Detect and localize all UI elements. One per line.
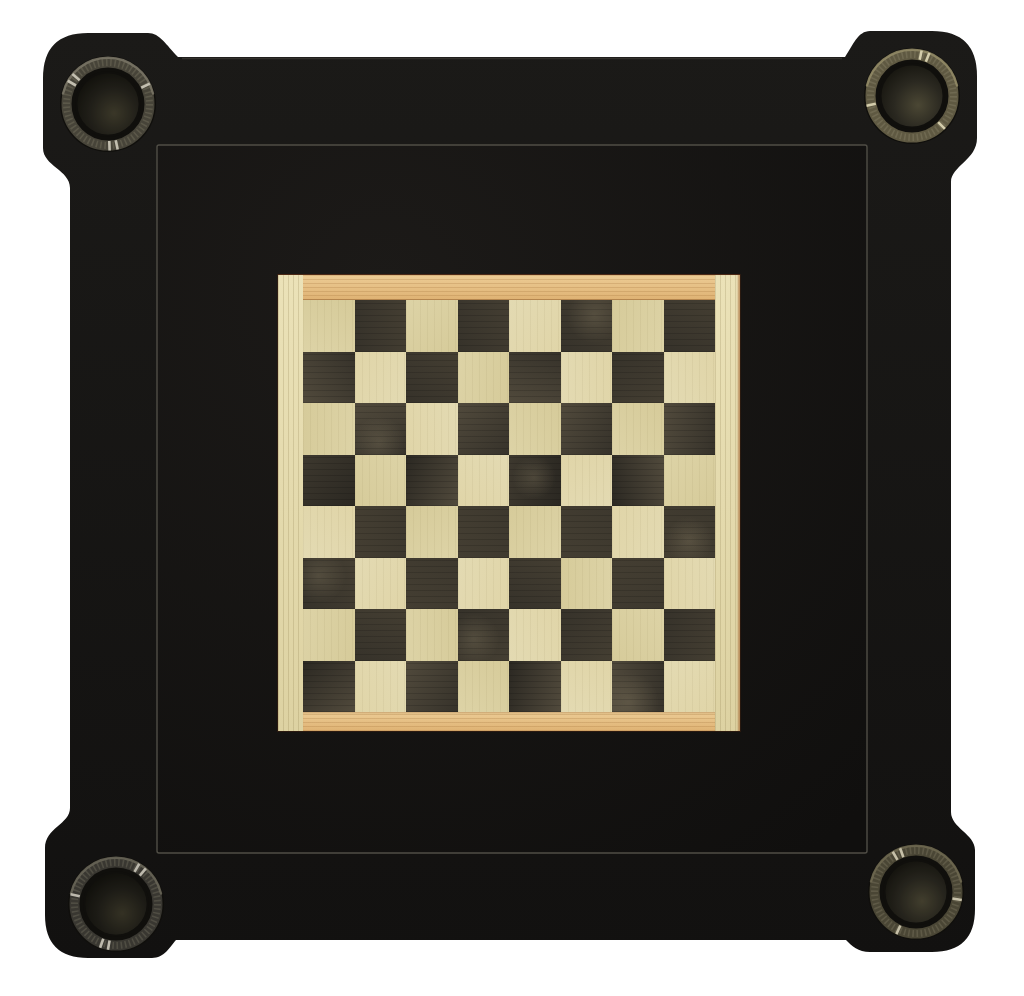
square-e8[interactable] — [509, 300, 561, 352]
square-e1[interactable] — [509, 661, 561, 713]
square-c4[interactable] — [406, 506, 458, 558]
square-c7[interactable] — [406, 352, 458, 404]
board-squares-grid — [303, 300, 715, 712]
dome-shade — [78, 74, 139, 135]
square-e2[interactable] — [509, 609, 561, 661]
square-d4[interactable] — [458, 506, 510, 558]
square-f6[interactable] — [561, 403, 613, 455]
dome-shade — [886, 862, 947, 923]
square-d8[interactable] — [458, 300, 510, 352]
square-b4[interactable] — [355, 506, 407, 558]
board-frame-top — [303, 275, 715, 300]
board-frame-left — [278, 275, 303, 731]
board-frame-right — [715, 275, 740, 731]
square-b6[interactable] — [355, 403, 407, 455]
square-h8[interactable] — [664, 300, 716, 352]
square-d3[interactable] — [458, 558, 510, 610]
cup-holder-bottom-right — [868, 844, 964, 940]
square-b5[interactable] — [355, 455, 407, 507]
square-h7[interactable] — [664, 352, 716, 404]
square-a7[interactable] — [303, 352, 355, 404]
square-h2[interactable] — [664, 609, 716, 661]
square-d5[interactable] — [458, 455, 510, 507]
square-f5[interactable] — [561, 455, 613, 507]
square-g2[interactable] — [612, 609, 664, 661]
square-b3[interactable] — [355, 558, 407, 610]
square-h3[interactable] — [664, 558, 716, 610]
square-g1[interactable] — [612, 661, 664, 713]
checkerboard — [278, 275, 740, 731]
square-c3[interactable] — [406, 558, 458, 610]
square-g8[interactable] — [612, 300, 664, 352]
cup-holder-top-right — [864, 48, 960, 144]
square-b7[interactable] — [355, 352, 407, 404]
square-c6[interactable] — [406, 403, 458, 455]
square-d6[interactable] — [458, 403, 510, 455]
square-a8[interactable] — [303, 300, 355, 352]
square-e7[interactable] — [509, 352, 561, 404]
square-f3[interactable] — [561, 558, 613, 610]
cup-holder-top-left — [60, 56, 156, 152]
square-a4[interactable] — [303, 506, 355, 558]
square-a2[interactable] — [303, 609, 355, 661]
square-g3[interactable] — [612, 558, 664, 610]
square-c2[interactable] — [406, 609, 458, 661]
square-f1[interactable] — [561, 661, 613, 713]
square-h4[interactable] — [664, 506, 716, 558]
square-a6[interactable] — [303, 403, 355, 455]
game-table-photo — [0, 0, 1024, 996]
square-g6[interactable] — [612, 403, 664, 455]
square-b8[interactable] — [355, 300, 407, 352]
square-d2[interactable] — [458, 609, 510, 661]
square-c1[interactable] — [406, 661, 458, 713]
square-a3[interactable] — [303, 558, 355, 610]
square-e6[interactable] — [509, 403, 561, 455]
board-frame-bottom — [303, 712, 715, 731]
square-f2[interactable] — [561, 609, 613, 661]
square-e4[interactable] — [509, 506, 561, 558]
dome-shade — [86, 874, 147, 935]
square-a1[interactable] — [303, 661, 355, 713]
square-b1[interactable] — [355, 661, 407, 713]
square-d7[interactable] — [458, 352, 510, 404]
square-c8[interactable] — [406, 300, 458, 352]
square-f7[interactable] — [561, 352, 613, 404]
square-e3[interactable] — [509, 558, 561, 610]
square-e5[interactable] — [509, 455, 561, 507]
square-f8[interactable] — [561, 300, 613, 352]
square-h5[interactable] — [664, 455, 716, 507]
square-h1[interactable] — [664, 661, 716, 713]
square-b2[interactable] — [355, 609, 407, 661]
cup-holder-bottom-left — [68, 856, 164, 952]
square-c5[interactable] — [406, 455, 458, 507]
square-a5[interactable] — [303, 455, 355, 507]
square-h6[interactable] — [664, 403, 716, 455]
square-g7[interactable] — [612, 352, 664, 404]
square-d1[interactable] — [458, 661, 510, 713]
square-f4[interactable] — [561, 506, 613, 558]
square-g4[interactable] — [612, 506, 664, 558]
square-g5[interactable] — [612, 455, 664, 507]
